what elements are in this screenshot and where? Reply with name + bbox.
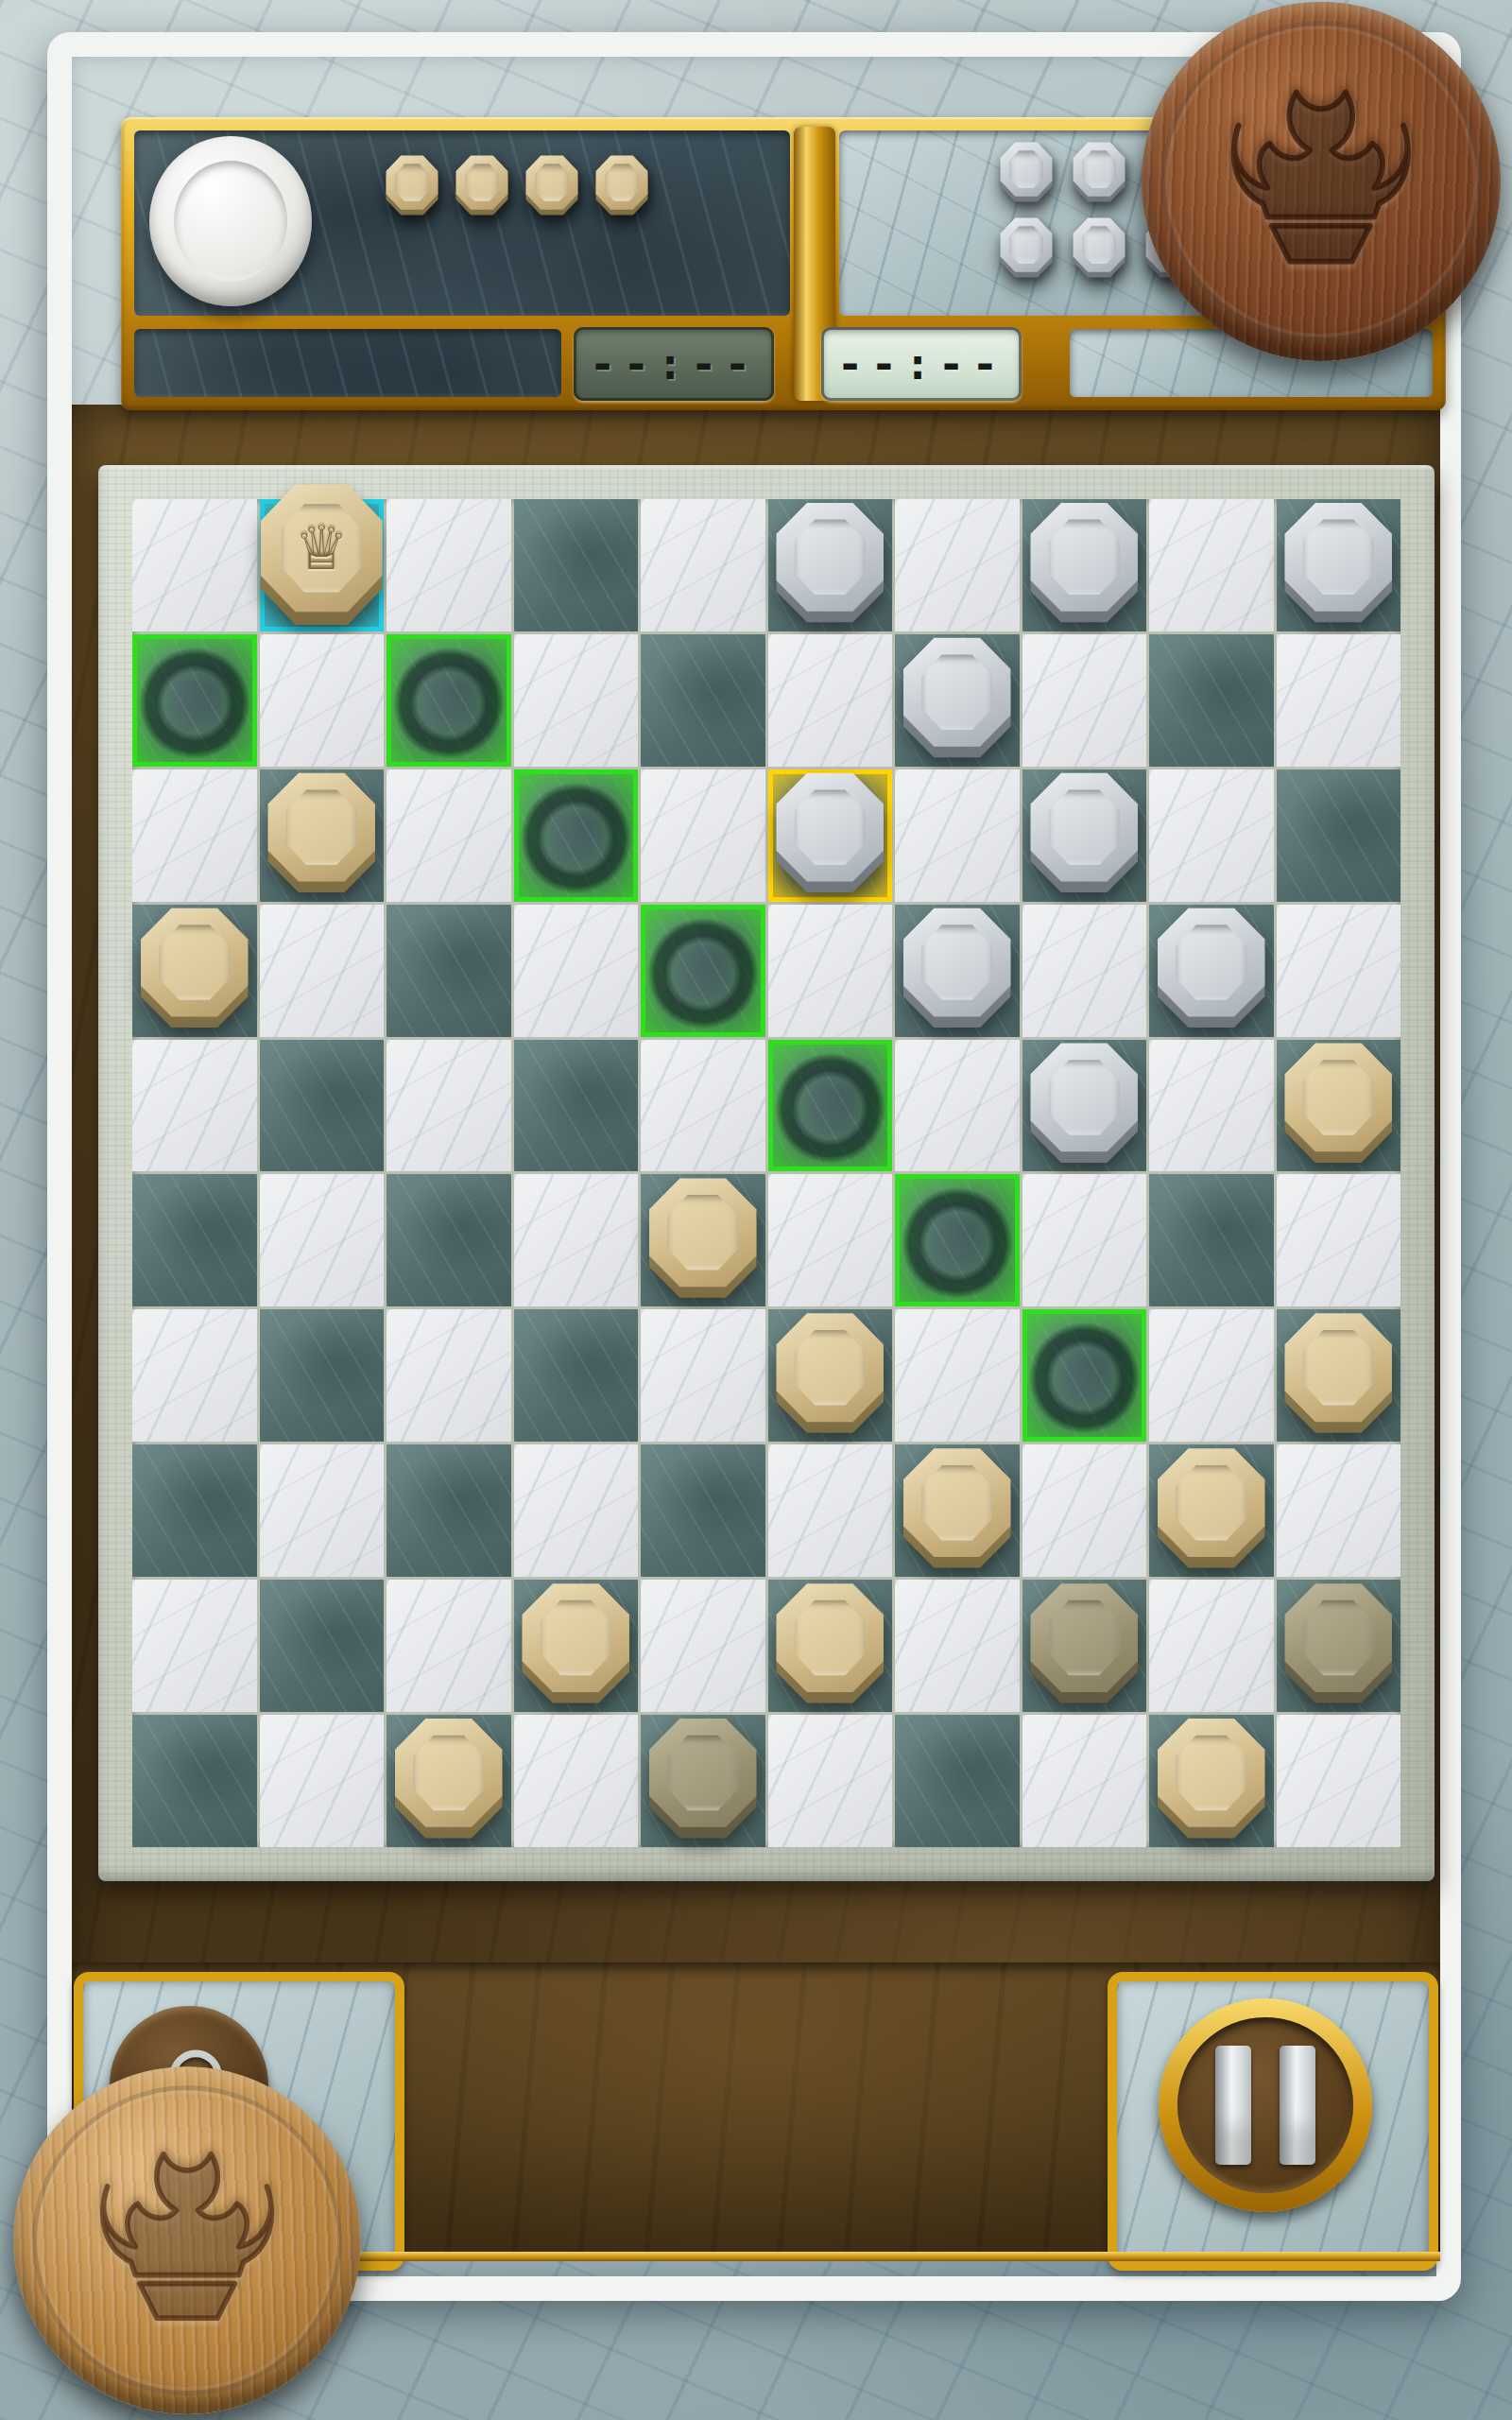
light-square: [895, 1580, 1020, 1712]
timer-right-value: --:--: [837, 338, 1005, 389]
olive-man[interactable]: [1029, 1582, 1139, 1704]
square-25[interactable]: [1277, 1040, 1401, 1172]
square-26[interactable]: [132, 1174, 257, 1306]
captured-tan-pieces: [386, 149, 782, 234]
light-square: [1149, 1580, 1274, 1712]
square-17[interactable]: [387, 905, 511, 1037]
silver-man[interactable]: [775, 502, 885, 624]
tan-man[interactable]: [775, 1312, 885, 1434]
king-crown-icon: ♕: [295, 518, 349, 579]
light-square: [768, 1444, 893, 1577]
light-square: [1277, 634, 1401, 767]
captured-silver-piece: [1000, 142, 1053, 202]
square-36[interactable]: [132, 1444, 257, 1577]
square-42[interactable]: [514, 1580, 639, 1712]
tan-man[interactable]: [775, 1582, 885, 1704]
square-20[interactable]: [1149, 905, 1274, 1037]
square-4[interactable]: [1022, 499, 1147, 631]
captured-tan-piece: [595, 155, 648, 216]
light-square: [514, 1715, 639, 1847]
light-square: [1022, 1174, 1147, 1306]
square-32[interactable]: [514, 1309, 639, 1442]
silver-man[interactable]: [1157, 907, 1266, 1028]
light-square: [1277, 1444, 1401, 1577]
light-square: [387, 1309, 511, 1442]
square-37[interactable]: [387, 1444, 511, 1577]
square-43[interactable]: [768, 1580, 893, 1712]
square-1[interactable]: ♕: [260, 499, 385, 631]
square-28[interactable]: [641, 1174, 765, 1306]
olive-man[interactable]: [648, 1718, 758, 1840]
tan-man[interactable]: [1157, 1718, 1266, 1840]
crown-emblem-icon: [1210, 70, 1433, 293]
tan-man[interactable]: [140, 907, 249, 1028]
square-8[interactable]: [641, 634, 765, 767]
light-square: [260, 1715, 385, 1847]
square-21[interactable]: [260, 1040, 385, 1172]
square-46[interactable]: [132, 1715, 257, 1847]
captured-tray-tan: [134, 130, 790, 316]
square-45[interactable]: [1277, 1580, 1401, 1712]
board-grid: ♕: [132, 499, 1400, 1847]
timer-left: --:--: [574, 327, 774, 401]
square-31[interactable]: [260, 1309, 385, 1442]
tan-man: [595, 155, 648, 216]
captured-tan-piece: [386, 155, 438, 216]
square-18[interactable]: [641, 905, 765, 1037]
tan-man[interactable]: [1157, 1447, 1266, 1569]
square-40[interactable]: [1149, 1444, 1274, 1577]
square-41[interactable]: [260, 1580, 385, 1712]
square-22[interactable]: [514, 1040, 639, 1172]
square-9[interactable]: [895, 634, 1020, 767]
light-square: [1022, 905, 1147, 1037]
square-10[interactable]: [1149, 634, 1274, 767]
square-29[interactable]: [895, 1174, 1020, 1306]
silver-man[interactable]: [1029, 772, 1139, 894]
square-11[interactable]: [260, 769, 385, 902]
light-square: [768, 1174, 893, 1306]
silver-man[interactable]: [1029, 1042, 1139, 1164]
square-6[interactable]: [132, 634, 257, 767]
light-square: [1149, 499, 1274, 631]
tan-man[interactable]: [902, 1447, 1012, 1569]
light-square: [132, 769, 257, 902]
light-square: [895, 769, 1020, 902]
board-frame: ♕: [98, 465, 1435, 1881]
light-square: [768, 905, 893, 1037]
light-square: [260, 634, 385, 767]
square-23[interactable]: [768, 1040, 893, 1172]
light-square: [260, 1444, 385, 1577]
square-13[interactable]: [768, 769, 893, 902]
square-49[interactable]: [895, 1715, 1020, 1847]
light-square: [387, 499, 511, 631]
timer-right: --:--: [821, 327, 1022, 401]
light-square: [132, 499, 257, 631]
pause-icon: [1177, 2017, 1353, 2193]
olive-man[interactable]: [1283, 1582, 1393, 1704]
silver-man: [1000, 217, 1053, 278]
player-wood-disc: [13, 2066, 361, 2414]
light-square: [132, 1309, 257, 1442]
square-12[interactable]: [514, 769, 639, 902]
square-7[interactable]: [387, 634, 511, 767]
light-square: [768, 1715, 893, 1847]
captured-tan-piece: [525, 155, 578, 216]
tan-man[interactable]: [1283, 1312, 1393, 1434]
square-35[interactable]: [1277, 1309, 1401, 1442]
tan-man: [386, 155, 438, 216]
light-square: [768, 634, 893, 767]
light-square: [260, 1174, 385, 1306]
tan-man[interactable]: [521, 1582, 630, 1704]
tan-man: [455, 155, 508, 216]
light-square: [514, 1174, 639, 1306]
square-33[interactable]: [768, 1309, 893, 1442]
silver-man: [1073, 217, 1125, 278]
silver-man[interactable]: [775, 772, 885, 894]
light-square: [895, 1309, 1020, 1442]
light-square: [387, 1580, 511, 1712]
light-square: [641, 1580, 765, 1712]
square-3[interactable]: [768, 499, 893, 631]
silver-man[interactable]: [902, 907, 1012, 1028]
light-square: [1277, 1174, 1401, 1306]
light-square: [387, 1040, 511, 1172]
captured-tan-piece: [455, 155, 508, 216]
light-square: [514, 905, 639, 1037]
tan-man[interactable]: [1283, 1042, 1393, 1164]
light-square: [387, 769, 511, 902]
square-16[interactable]: [132, 905, 257, 1037]
light-square: [641, 1040, 765, 1172]
opponent-wood-disc: [1142, 2, 1501, 361]
light-square: [1149, 1309, 1274, 1442]
pause-panel: [1108, 1972, 1438, 2271]
square-5[interactable]: [1277, 499, 1401, 631]
light-square: [1149, 769, 1274, 902]
light-square: [895, 1040, 1020, 1172]
silver-man[interactable]: [1029, 502, 1139, 624]
square-48[interactable]: [641, 1715, 765, 1847]
tan-man[interactable]: [648, 1177, 758, 1299]
pause-button[interactable]: [1159, 1998, 1372, 2212]
header-lower-left-panel: [134, 329, 561, 397]
light-square: [260, 905, 385, 1037]
square-30[interactable]: [1149, 1174, 1274, 1306]
square-44[interactable]: [1022, 1580, 1147, 1712]
silver-man[interactable]: [1283, 502, 1393, 624]
light-square: [895, 499, 1020, 631]
light-square: [1022, 1444, 1147, 1577]
square-15[interactable]: [1277, 769, 1401, 902]
light-square: [1022, 634, 1147, 767]
square-19[interactable]: [895, 905, 1020, 1037]
captured-silver-piece: [1073, 217, 1125, 278]
light-square: [1277, 905, 1401, 1037]
square-47[interactable]: [387, 1715, 511, 1847]
square-39[interactable]: [895, 1444, 1020, 1577]
captured-silver-piece: [1000, 217, 1053, 278]
square-24[interactable]: [1022, 1040, 1147, 1172]
light-square: [1277, 1715, 1401, 1847]
captured-silver-piece: [1073, 142, 1125, 202]
square-27[interactable]: [387, 1174, 511, 1306]
silver-man: [1000, 142, 1053, 202]
tan-king[interactable]: ♕: [260, 483, 385, 626]
silver-man: [1073, 142, 1125, 202]
light-square: [132, 1580, 257, 1712]
tan-man[interactable]: [266, 772, 376, 894]
light-square: [1022, 1715, 1147, 1847]
square-2[interactable]: [514, 499, 639, 631]
crown-emblem-icon: [79, 2133, 295, 2348]
player-white-disc-icon: [149, 136, 312, 306]
tan-man: [525, 155, 578, 216]
square-34[interactable]: [1022, 1309, 1147, 1442]
timer-left-value: --:--: [590, 338, 758, 389]
light-square: [132, 1040, 257, 1172]
tan-man[interactable]: [394, 1718, 504, 1840]
light-square: [514, 1444, 639, 1577]
light-square: [514, 634, 639, 767]
light-square: [641, 1309, 765, 1442]
light-square: [641, 499, 765, 631]
light-square: [641, 769, 765, 902]
silver-man[interactable]: [902, 637, 1012, 759]
light-square: [1149, 1040, 1274, 1172]
square-38[interactable]: [641, 1444, 765, 1577]
square-50[interactable]: [1149, 1715, 1274, 1847]
square-14[interactable]: [1022, 769, 1147, 902]
